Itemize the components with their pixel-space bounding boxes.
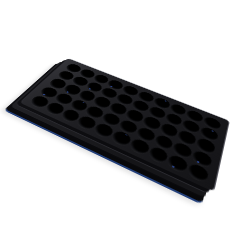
product-photo <box>0 0 240 240</box>
